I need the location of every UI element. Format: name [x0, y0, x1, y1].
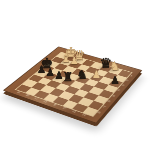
chess-piece-white-pawn[interactable]: ♟	[92, 69, 101, 79]
chess-piece-black-pawn[interactable]: ♟	[110, 74, 119, 85]
chessboard-scene: ABCDEFGH 12345678 ♚♛♝♟♟♞♚♛♜♞♟♟♟♟	[0, 0, 150, 150]
chess-piece-white-pawn[interactable]: ♟	[70, 56, 79, 66]
chess-piece-black-rook[interactable]: ♜	[62, 71, 73, 83]
chess-piece-white-knight[interactable]: ♞	[109, 61, 120, 73]
chess-piece-black-knight[interactable]: ♞	[77, 69, 88, 81]
